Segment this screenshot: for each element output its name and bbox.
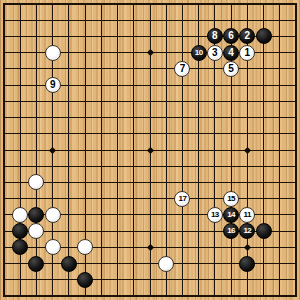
move-number-label: 2 [245, 31, 251, 41]
grid-line-horizontal [3, 182, 297, 183]
stone-black-oc-move-6[interactable]: 6 [223, 28, 239, 44]
stone-white-dn[interactable] [45, 207, 61, 223]
grid-line-horizontal [3, 279, 297, 280]
stone-white-om-move-15[interactable]: 15 [223, 191, 239, 207]
move-number-label: 16 [227, 227, 235, 235]
grid-line-horizontal [3, 295, 297, 297]
stone-black-oo-move-16[interactable]: 16 [223, 223, 239, 239]
star-point [49, 146, 56, 153]
stone-black-on-move-14[interactable]: 14 [223, 207, 239, 223]
stone-black-cn[interactable] [28, 207, 44, 223]
stone-black-pc-move-2[interactable]: 2 [239, 28, 255, 44]
stone-white-bn[interactable] [12, 207, 28, 223]
star-point [244, 244, 251, 251]
stone-black-qo[interactable] [256, 223, 272, 239]
move-number-label: 8 [212, 31, 218, 41]
stone-black-od-move-4[interactable]: 4 [223, 45, 239, 61]
move-number-label: 14 [227, 211, 235, 219]
move-number-label: 10 [195, 49, 203, 57]
go-board[interactable]: 1234567891011121314151617 [0, 0, 300, 300]
move-number-label: 1 [245, 48, 251, 58]
stone-white-cl[interactable] [28, 174, 44, 190]
stone-black-bo[interactable] [12, 223, 28, 239]
move-number-label: 15 [227, 195, 235, 203]
stone-white-co[interactable] [28, 223, 44, 239]
stone-white-oe-move-5[interactable]: 5 [223, 61, 239, 77]
grid-line-vertical [295, 3, 297, 297]
move-number-label: 9 [50, 80, 56, 90]
stone-white-le-move-7[interactable]: 7 [174, 61, 190, 77]
star-point [244, 146, 251, 153]
move-number-label: 4 [228, 48, 234, 58]
star-point [146, 49, 153, 56]
star-point [146, 244, 153, 251]
stone-black-bp[interactable] [12, 239, 28, 255]
stone-white-pd-move-1[interactable]: 1 [239, 45, 255, 61]
grid-line-horizontal [3, 166, 297, 167]
move-number-label: 12 [243, 227, 251, 235]
move-number-label: 13 [211, 211, 219, 219]
stone-white-dp[interactable] [45, 239, 61, 255]
grid-line-horizontal [3, 198, 297, 199]
move-number-label: 6 [228, 31, 234, 41]
grid-line-vertical [166, 3, 167, 297]
move-number-label: 17 [178, 195, 186, 203]
stone-white-df-move-9[interactable]: 9 [45, 77, 61, 93]
stone-white-pn-move-11[interactable]: 11 [239, 207, 255, 223]
stone-white-lm-move-17[interactable]: 17 [174, 191, 190, 207]
grid-line-vertical [279, 3, 280, 297]
stone-black-qc[interactable] [256, 28, 272, 44]
stone-white-nn-move-13[interactable]: 13 [207, 207, 223, 223]
stone-black-fr[interactable] [77, 272, 93, 288]
grid-line-vertical [263, 3, 264, 297]
move-number-label: 5 [228, 64, 234, 74]
star-point [146, 146, 153, 153]
grid-line-vertical [182, 3, 183, 297]
go-diagram: 1234567891011121314151617 [0, 0, 300, 300]
move-number-label: 11 [244, 211, 251, 219]
stone-black-eq[interactable] [61, 256, 77, 272]
stone-black-cq[interactable] [28, 256, 44, 272]
move-number-label: 7 [180, 64, 186, 74]
stone-white-kq[interactable] [158, 256, 174, 272]
stone-black-po-move-12[interactable]: 12 [239, 223, 255, 239]
stone-white-dd[interactable] [45, 45, 61, 61]
stone-white-fp[interactable] [77, 239, 93, 255]
stone-black-md-move-10[interactable]: 10 [191, 45, 207, 61]
move-number-label: 3 [212, 48, 218, 58]
stone-black-pq[interactable] [239, 256, 255, 272]
stone-black-nc-move-8[interactable]: 8 [207, 28, 223, 44]
stone-white-nd-move-3[interactable]: 3 [207, 45, 223, 61]
